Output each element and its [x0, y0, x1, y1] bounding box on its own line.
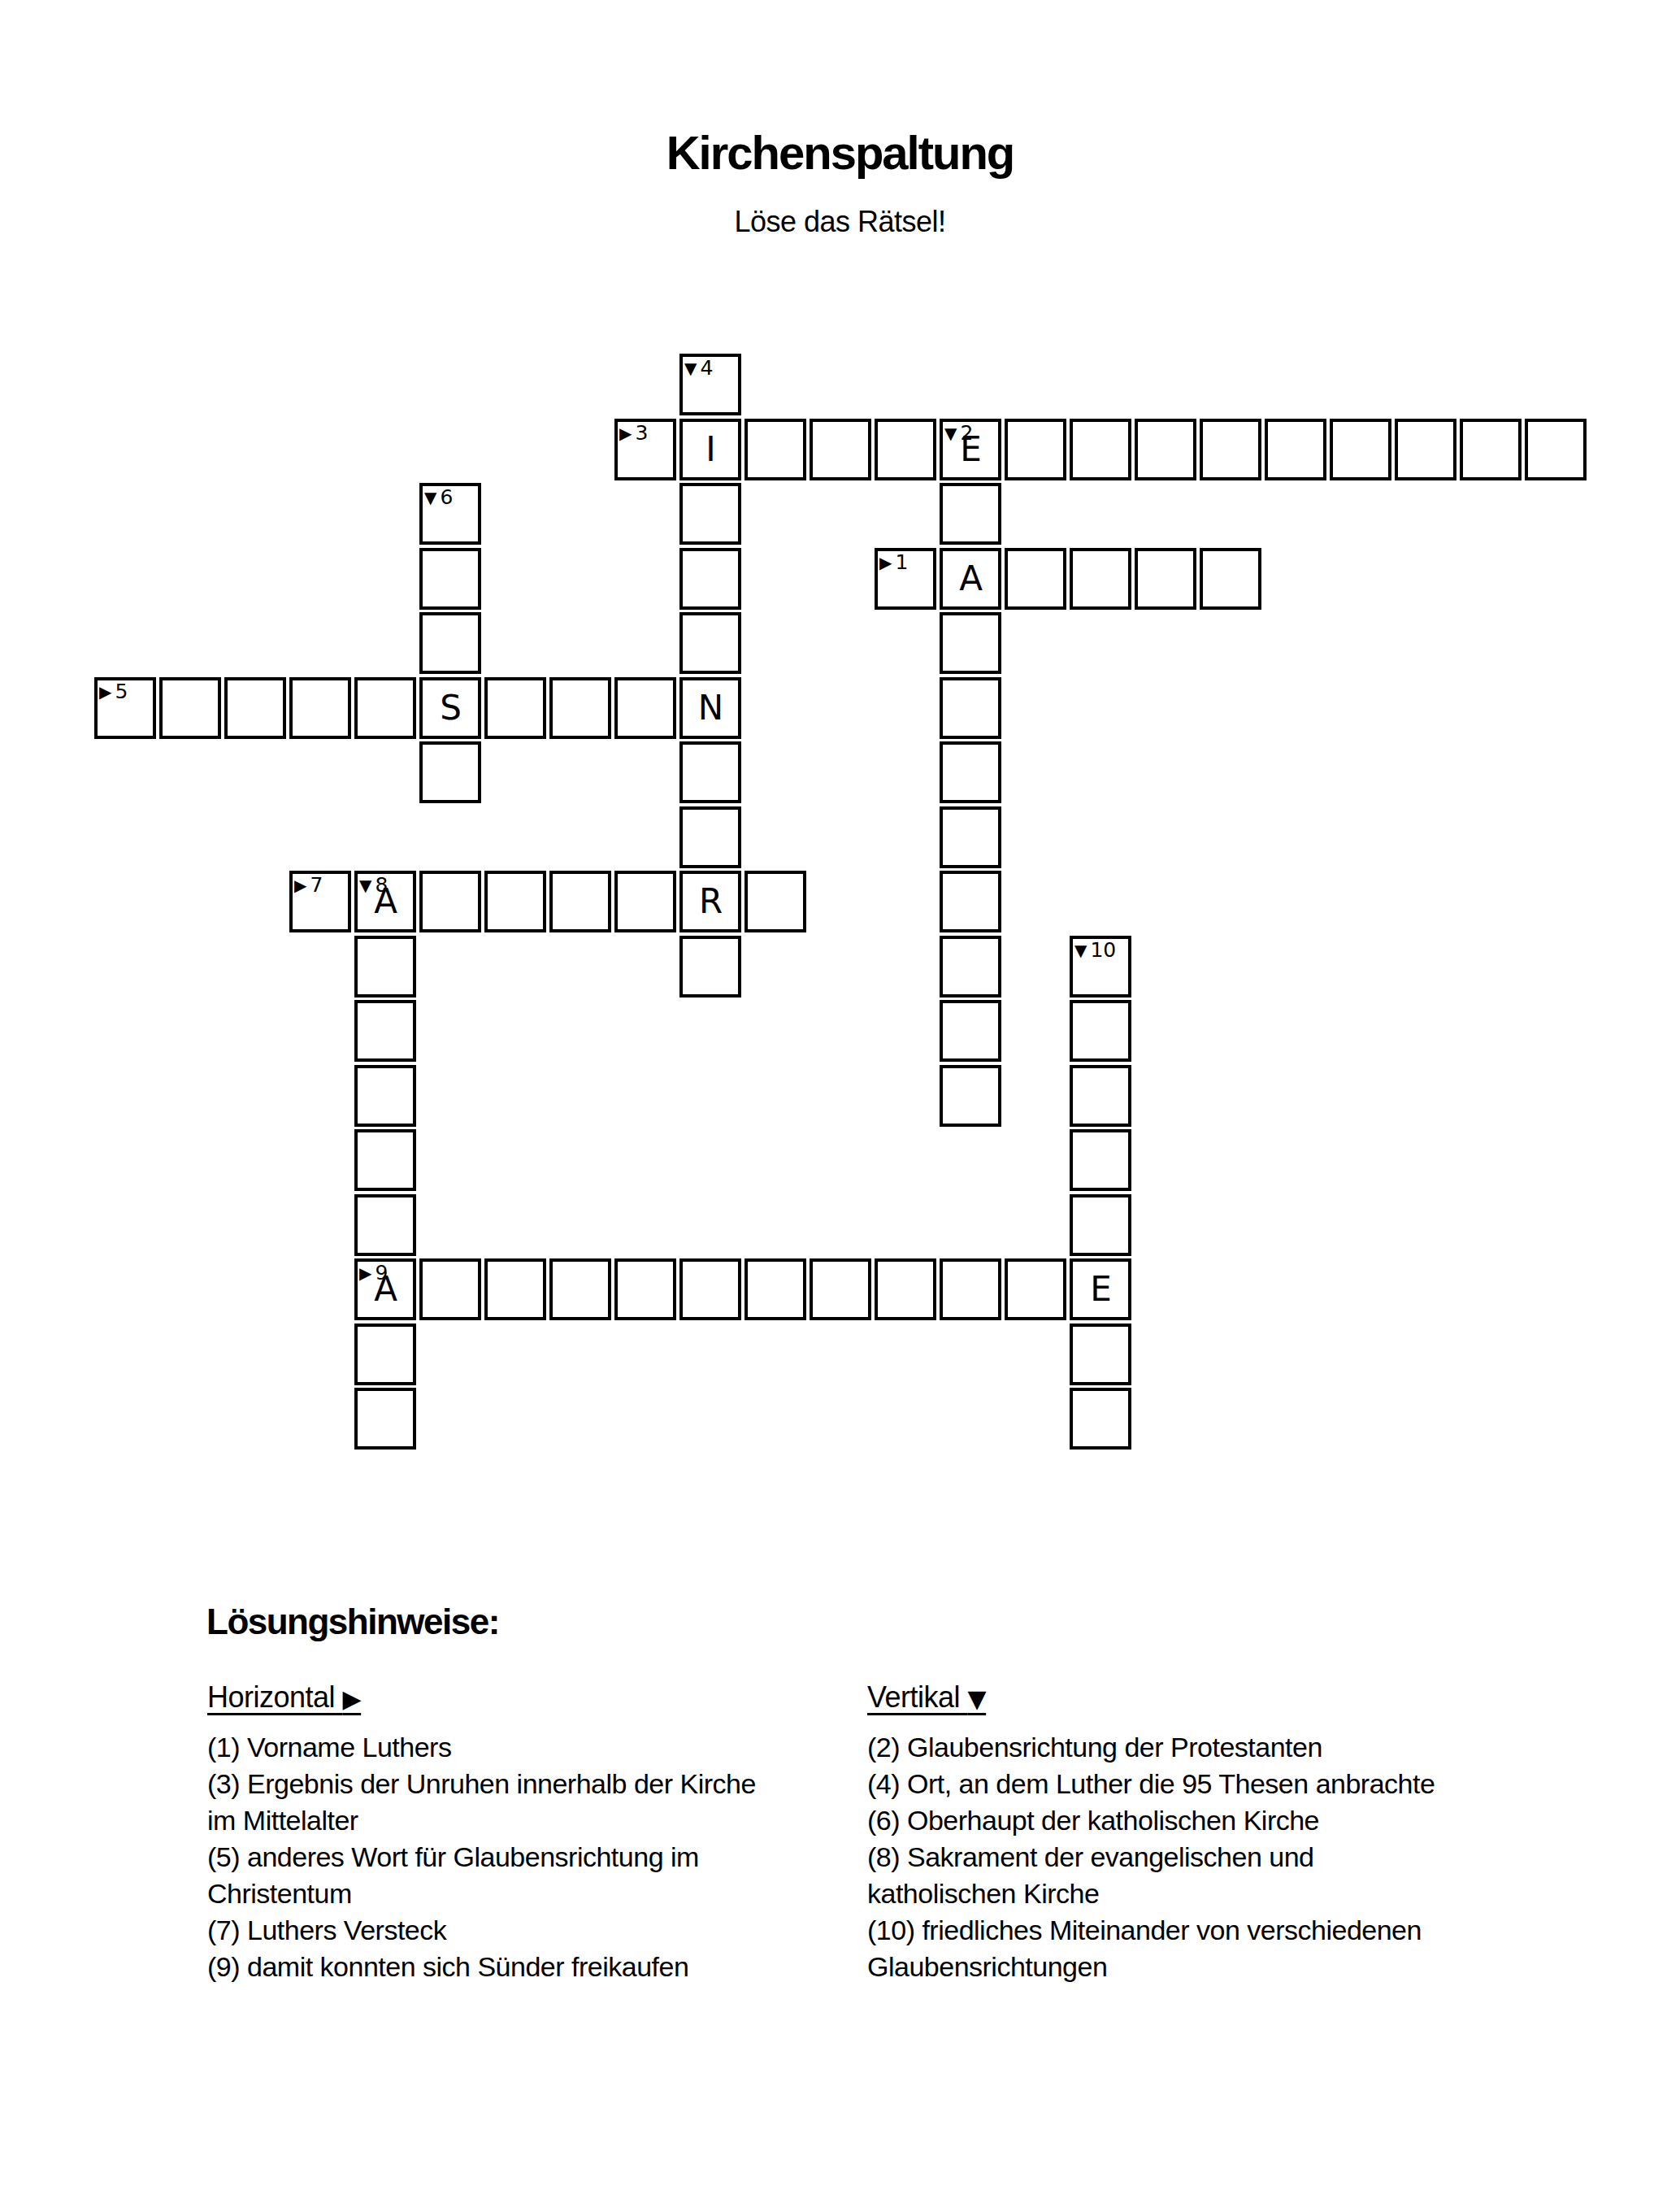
across-clue-label: ▶1: [879, 552, 908, 573]
vertical-clue-4: (4) Ort, an dem Luther die 95 Thesen anb…: [867, 1766, 1623, 1802]
crossword-grid: ▼4▶3I▼2E▼6▶1A▶5SN▶7▼8AR▼10▶9AE: [0, 0, 1680, 1545]
cell-r11-c4[interactable]: [354, 1065, 416, 1127]
cell-r14-c8[interactable]: [614, 1258, 676, 1320]
cell-r1-c15[interactable]: [1070, 419, 1131, 480]
cell-r3-c9[interactable]: [679, 548, 741, 610]
cell-r6-c13[interactable]: [940, 741, 1001, 803]
vertical-clue-2: (2) Glaubensrichtung der Protestanten: [867, 1729, 1623, 1766]
clue-text-line: katholischen Kirche: [867, 1876, 1623, 1912]
right-arrow-icon: ▶: [359, 1265, 371, 1281]
prefilled-letter: E: [1090, 1272, 1111, 1306]
cell-r8-c9[interactable]: R: [679, 871, 741, 932]
cell-r1-c12[interactable]: [875, 419, 936, 480]
vertical-clue-8: (8) Sakrament der evangelischen undkatho…: [867, 1839, 1623, 1912]
horizontal-clue-list: (1) Vorname Luthers(3) Ergebnis der Unru…: [207, 1729, 870, 1985]
cell-r9-c9[interactable]: [679, 936, 741, 998]
clue-number: 2: [960, 423, 973, 444]
clue-number: 3: [635, 423, 648, 444]
prefilled-letter: S: [440, 691, 461, 725]
cell-r14-c12[interactable]: [875, 1258, 936, 1320]
vertical-clues-section: Vertikal ▼ (2) Glaubensrichtung der Prot…: [867, 1681, 1623, 1985]
cell-r3-c17[interactable]: [1200, 548, 1261, 610]
cell-r8-c10[interactable]: [744, 871, 806, 932]
right-arrow-icon: ▶: [294, 877, 306, 893]
cell-r5-c13[interactable]: [940, 677, 1001, 739]
cell-r7-c13[interactable]: [940, 806, 1001, 868]
cell-r5-c2[interactable]: [224, 677, 286, 739]
cell-r14-c6[interactable]: [484, 1258, 546, 1320]
cell-r2-c13[interactable]: [940, 483, 1001, 545]
cell-r4-c9[interactable]: [679, 612, 741, 674]
prefilled-letter: A: [959, 562, 982, 596]
cell-r3-c16[interactable]: [1135, 548, 1196, 610]
horizontal-clues-section: Horizontal ▶ (1) Vorname Luthers(3) Erge…: [207, 1681, 870, 1985]
cell-r13-c15[interactable]: [1070, 1194, 1131, 1256]
cell-r1-c20[interactable]: [1395, 419, 1456, 480]
right-arrow-icon: ▶: [343, 1684, 362, 1713]
cell-r5-c6[interactable]: [484, 677, 546, 739]
cell-r1-c13[interactable]: ▼2E: [940, 419, 1001, 480]
cell-r4-c5[interactable]: [419, 612, 481, 674]
cell-r10-c13[interactable]: [940, 1000, 1001, 1062]
horizontal-clues-title: Horizontal ▶: [207, 1681, 870, 1715]
down-clue-label: ▼6: [424, 487, 453, 508]
cell-r10-c15[interactable]: [1070, 1000, 1131, 1062]
down-clue-label: ▼10: [1074, 940, 1116, 961]
cell-r5-c8[interactable]: [614, 677, 676, 739]
vertical-clue-list: (2) Glaubensrichtung der Protestanten(4)…: [867, 1729, 1623, 1985]
cell-r14-c5[interactable]: [419, 1258, 481, 1320]
prefilled-letter: I: [705, 432, 714, 467]
cell-r8-c8[interactable]: [614, 871, 676, 932]
cell-r5-c1[interactable]: [159, 677, 221, 739]
clue-number: 6: [440, 487, 453, 508]
down-arrow-icon: ▼: [684, 360, 697, 376]
cell-r5-c7[interactable]: [549, 677, 611, 739]
across-clue-label: ▶7: [294, 875, 323, 896]
vertical-clue-10: (10) friedliches Miteinander von verschi…: [867, 1912, 1623, 1985]
cell-r14-c9[interactable]: [679, 1258, 741, 1320]
cell-r8-c4[interactable]: ▼8A: [354, 871, 416, 932]
right-arrow-icon: ▶: [619, 425, 632, 441]
horizontal-clue-1: (1) Vorname Luthers: [207, 1729, 870, 1766]
clue-text-line: (9) damit konnten sich Sünder freikaufen: [207, 1949, 870, 1985]
clue-text-line: (2) Glaubensrichtung der Protestanten: [867, 1729, 1623, 1766]
cell-r8-c6[interactable]: [484, 871, 546, 932]
down-arrow-icon: ▼: [1074, 942, 1087, 958]
cell-r5-c4[interactable]: [354, 677, 416, 739]
vertical-clues-title: Vertikal ▼: [867, 1681, 1623, 1715]
down-arrow-icon: ▼: [424, 489, 436, 506]
cell-r1-c16[interactable]: [1135, 419, 1196, 480]
clue-number: 1: [895, 552, 908, 573]
cell-r5-c5[interactable]: S: [419, 677, 481, 739]
down-arrow-icon: ▼: [944, 425, 957, 441]
cell-r1-c14[interactable]: [1005, 419, 1066, 480]
cell-r1-c21[interactable]: [1460, 419, 1522, 480]
clue-text-line: (6) Oberhaupt der katholischen Kirche: [867, 1802, 1623, 1839]
cell-r1-c11[interactable]: [810, 419, 871, 480]
cell-r11-c13[interactable]: [940, 1065, 1001, 1127]
clue-text-line: Christentum: [207, 1876, 870, 1912]
clue-number: 8: [375, 875, 388, 896]
cell-r14-c4[interactable]: ▶9A: [354, 1258, 416, 1320]
cell-r15-c4[interactable]: [354, 1324, 416, 1385]
clue-number: 7: [310, 875, 323, 896]
horizontal-clue-5: (5) anderes Wort für Glaubensrichtung im…: [207, 1839, 870, 1912]
horizontal-clue-9: (9) damit konnten sich Sünder freikaufen: [207, 1949, 870, 1985]
cell-r1-c9[interactable]: I: [679, 419, 741, 480]
cell-r14-c7[interactable]: [549, 1258, 611, 1320]
cell-r9-c15[interactable]: ▼10: [1070, 936, 1131, 998]
prefilled-letter: R: [699, 885, 722, 919]
down-clue-label: ▼4: [684, 358, 713, 379]
cell-r8-c3[interactable]: ▶7: [289, 871, 351, 932]
cell-r14-c15[interactable]: E: [1070, 1258, 1131, 1320]
clue-text-line: im Mittelalter: [207, 1802, 870, 1839]
cell-r6-c5[interactable]: [419, 741, 481, 803]
cell-r0-c9[interactable]: ▼4: [679, 354, 741, 415]
cell-r10-c4[interactable]: [354, 1000, 416, 1062]
clue-text-line: (8) Sakrament der evangelischen und: [867, 1839, 1623, 1876]
across-clue-label: ▶5: [99, 681, 128, 702]
clue-text-line: (1) Vorname Luthers: [207, 1729, 870, 1766]
across-clue-label: ▶3: [619, 423, 648, 444]
cell-r14-c14[interactable]: [1005, 1258, 1066, 1320]
horizontal-clue-3: (3) Ergebnis der Unruhen innerhalb der K…: [207, 1766, 870, 1839]
cell-r6-c9[interactable]: [679, 741, 741, 803]
clue-number: 5: [115, 681, 128, 702]
clue-text-line: Glaubensrichtungen: [867, 1949, 1623, 1985]
down-arrow-icon: ▼: [359, 877, 371, 893]
cell-r8-c7[interactable]: [549, 871, 611, 932]
clue-text-line: (4) Ort, an dem Luther die 95 Thesen anb…: [867, 1766, 1623, 1802]
down-clue-label: ▼2: [944, 423, 973, 444]
cell-r3-c14[interactable]: [1005, 548, 1066, 610]
vertical-clue-6: (6) Oberhaupt der katholischen Kirche: [867, 1802, 1623, 1839]
cell-r14-c13[interactable]: [940, 1258, 1001, 1320]
cell-r13-c4[interactable]: [354, 1194, 416, 1256]
cell-r3-c12[interactable]: ▶1: [875, 548, 936, 610]
prefilled-letter: N: [698, 691, 723, 725]
cell-r5-c3[interactable]: [289, 677, 351, 739]
right-arrow-icon: ▶: [99, 684, 111, 700]
clue-number: 10: [1090, 940, 1116, 961]
horizontal-title-text: Horizontal: [207, 1680, 335, 1714]
clue-text-line: (3) Ergebnis der Unruhen innerhalb der K…: [207, 1766, 870, 1802]
down-clue-label: ▼8: [359, 875, 388, 896]
cell-r1-c8[interactable]: ▶3: [614, 419, 676, 480]
cell-r2-c5[interactable]: ▼6: [419, 483, 481, 545]
cell-r5-c9[interactable]: N: [679, 677, 741, 739]
right-arrow-icon: ▶: [879, 554, 892, 571]
cell-r16-c4[interactable]: [354, 1388, 416, 1450]
cell-r1-c10[interactable]: [744, 419, 806, 480]
clue-text-line: (10) friedliches Miteinander von verschi…: [867, 1912, 1623, 1949]
cell-r7-c9[interactable]: [679, 806, 741, 868]
cell-r5-c0[interactable]: ▶5: [94, 677, 156, 739]
cell-r1-c19[interactable]: [1330, 419, 1391, 480]
cell-r2-c9[interactable]: [679, 483, 741, 545]
cell-r9-c13[interactable]: [940, 936, 1001, 998]
cell-r14-c10[interactable]: [744, 1258, 806, 1320]
clue-number: 9: [375, 1263, 388, 1284]
clue-number: 4: [700, 358, 713, 379]
cell-r11-c15[interactable]: [1070, 1065, 1131, 1127]
cell-r15-c15[interactable]: [1070, 1324, 1131, 1385]
cell-r3-c13[interactable]: A: [940, 548, 1001, 610]
cell-r1-c22[interactable]: [1525, 419, 1587, 480]
cell-r12-c15[interactable]: [1070, 1129, 1131, 1191]
cell-r1-c17[interactable]: [1200, 419, 1261, 480]
vertical-title-text: Vertikal: [867, 1680, 960, 1714]
cell-r12-c4[interactable]: [354, 1129, 416, 1191]
across-clue-label: ▶9: [359, 1263, 388, 1284]
down-arrow-icon: ▼: [968, 1684, 987, 1713]
horizontal-clue-7: (7) Luthers Versteck: [207, 1912, 870, 1949]
clue-text-line: (5) anderes Wort für Glaubensrichtung im: [207, 1839, 870, 1876]
cell-r16-c15[interactable]: [1070, 1388, 1131, 1450]
clue-text-line: (7) Luthers Versteck: [207, 1912, 870, 1949]
cell-r9-c4[interactable]: [354, 936, 416, 998]
hints-heading: Lösungshinweise:: [206, 1602, 499, 1642]
cell-r14-c11[interactable]: [810, 1258, 871, 1320]
cell-r8-c13[interactable]: [940, 871, 1001, 932]
cell-r1-c18[interactable]: [1265, 419, 1326, 480]
cell-r3-c5[interactable]: [419, 548, 481, 610]
cell-r8-c5[interactable]: [419, 871, 481, 932]
cell-r3-c15[interactable]: [1070, 548, 1131, 610]
cell-r4-c13[interactable]: [940, 612, 1001, 674]
